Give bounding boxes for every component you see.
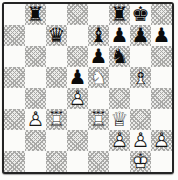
- square-b3[interactable]: ♟♙: [25, 109, 46, 130]
- square-f6[interactable]: ♞: [109, 46, 130, 67]
- square-g8[interactable]: ♚: [130, 4, 151, 25]
- white-rook-icon: ♜♖: [88, 109, 109, 130]
- square-b6[interactable]: [25, 46, 46, 67]
- black-rook-icon: ♜: [25, 4, 46, 25]
- black-queen-icon: ♛: [46, 25, 67, 46]
- square-h1[interactable]: [151, 151, 172, 172]
- square-a1[interactable]: [4, 151, 25, 172]
- square-f5[interactable]: [109, 67, 130, 88]
- black-bishop-icon: ♝: [88, 25, 109, 46]
- black-pawn-icon: ♟: [130, 25, 151, 46]
- chess-board: ♜♜♚♛♝♟♟♟♟♞♟♞♘♝♗♟♙♟♙♜♖♜♖♛♕♟♙♟♙♟♙♚♔: [4, 4, 172, 172]
- square-h3[interactable]: [151, 109, 172, 130]
- square-b1[interactable]: [25, 151, 46, 172]
- square-a8[interactable]: [4, 4, 25, 25]
- square-f8[interactable]: ♜: [109, 4, 130, 25]
- square-g1[interactable]: ♚♔: [130, 151, 151, 172]
- square-f1[interactable]: [109, 151, 130, 172]
- square-g3[interactable]: [130, 109, 151, 130]
- square-h5[interactable]: [151, 67, 172, 88]
- square-c4[interactable]: [46, 88, 67, 109]
- square-c2[interactable]: [46, 130, 67, 151]
- square-h7[interactable]: ♟: [151, 25, 172, 46]
- square-c3[interactable]: ♜♖: [46, 109, 67, 130]
- square-a6[interactable]: [4, 46, 25, 67]
- square-b4[interactable]: [25, 88, 46, 109]
- white-pawn-icon: ♟♙: [109, 130, 130, 151]
- square-c6[interactable]: [46, 46, 67, 67]
- white-pawn-icon: ♟♙: [25, 109, 46, 130]
- white-rook-icon: ♜♖: [46, 109, 67, 130]
- white-queen-icon: ♛♕: [109, 109, 130, 130]
- square-e3[interactable]: ♜♖: [88, 109, 109, 130]
- white-pawn-icon: ♟♙: [67, 88, 88, 109]
- white-king-icon: ♚♔: [130, 151, 151, 172]
- black-pawn-icon: ♟: [109, 25, 130, 46]
- square-h4[interactable]: [151, 88, 172, 109]
- square-g6[interactable]: [130, 46, 151, 67]
- square-e1[interactable]: [88, 151, 109, 172]
- square-c7[interactable]: ♛: [46, 25, 67, 46]
- black-pawn-icon: ♟: [67, 67, 88, 88]
- square-d5[interactable]: ♟: [67, 67, 88, 88]
- square-d1[interactable]: [67, 151, 88, 172]
- square-d2[interactable]: [67, 130, 88, 151]
- square-a5[interactable]: [4, 67, 25, 88]
- black-pawn-icon: ♟: [151, 25, 172, 46]
- white-bishop-icon: ♝♗: [130, 67, 151, 88]
- black-king-icon: ♚: [130, 4, 151, 25]
- square-e4[interactable]: [88, 88, 109, 109]
- square-f2[interactable]: ♟♙: [109, 130, 130, 151]
- square-d6[interactable]: [67, 46, 88, 67]
- square-d7[interactable]: [67, 25, 88, 46]
- square-a4[interactable]: [4, 88, 25, 109]
- square-b2[interactable]: [25, 130, 46, 151]
- square-d8[interactable]: [67, 4, 88, 25]
- black-knight-icon: ♞: [109, 46, 130, 67]
- square-f3[interactable]: ♛♕: [109, 109, 130, 130]
- square-g4[interactable]: [130, 88, 151, 109]
- board-frame: ♜♜♚♛♝♟♟♟♟♞♟♞♘♝♗♟♙♟♙♜♖♜♖♛♕♟♙♟♙♟♙♚♔: [2, 2, 174, 174]
- square-b7[interactable]: [25, 25, 46, 46]
- square-d3[interactable]: [67, 109, 88, 130]
- square-h6[interactable]: [151, 46, 172, 67]
- square-e2[interactable]: [88, 130, 109, 151]
- square-c1[interactable]: [46, 151, 67, 172]
- scanned-chess-diagram: ♜♜♚♛♝♟♟♟♟♞♟♞♘♝♗♟♙♟♙♜♖♜♖♛♕♟♙♟♙♟♙♚♔: [0, 0, 178, 180]
- square-d4[interactable]: ♟♙: [67, 88, 88, 109]
- white-pawn-icon: ♟♙: [151, 130, 172, 151]
- square-g5[interactable]: ♝♗: [130, 67, 151, 88]
- square-b8[interactable]: ♜: [25, 4, 46, 25]
- square-a2[interactable]: [4, 130, 25, 151]
- square-h8[interactable]: [151, 4, 172, 25]
- square-e7[interactable]: ♝: [88, 25, 109, 46]
- square-g7[interactable]: ♟: [130, 25, 151, 46]
- square-e8[interactable]: [88, 4, 109, 25]
- square-e5[interactable]: ♞♘: [88, 67, 109, 88]
- black-pawn-icon: ♟: [88, 46, 109, 67]
- square-f7[interactable]: ♟: [109, 25, 130, 46]
- square-c5[interactable]: [46, 67, 67, 88]
- square-e6[interactable]: ♟: [88, 46, 109, 67]
- square-a7[interactable]: [4, 25, 25, 46]
- square-b5[interactable]: [25, 67, 46, 88]
- square-h2[interactable]: ♟♙: [151, 130, 172, 151]
- square-a3[interactable]: [4, 109, 25, 130]
- black-rook-icon: ♜: [109, 4, 130, 25]
- square-c8[interactable]: [46, 4, 67, 25]
- square-g2[interactable]: ♟♙: [130, 130, 151, 151]
- white-knight-icon: ♞♘: [88, 67, 109, 88]
- white-pawn-icon: ♟♙: [130, 130, 151, 151]
- square-f4[interactable]: [109, 88, 130, 109]
